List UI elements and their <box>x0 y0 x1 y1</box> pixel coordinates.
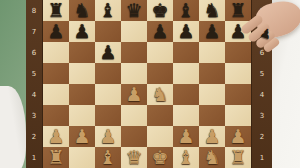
rank-label-right-2: 2 <box>252 126 272 147</box>
white-pawn-h2: ♟ <box>229 127 246 146</box>
square-e5 <box>147 63 173 84</box>
square-b5 <box>69 63 95 84</box>
white-bishop-f1: ♝ <box>177 148 194 167</box>
rank-label-left-4: 4 <box>26 84 42 105</box>
square-g2: ♟ <box>199 126 225 147</box>
square-g3 <box>199 105 225 126</box>
square-e4: ♞ <box>147 84 173 105</box>
rank-label-left-7: 7 <box>26 21 42 42</box>
square-d1: ♛ <box>121 147 147 168</box>
photo-frame: 87654321 ♜♞♝♛♚♝♞♜♟♟♟♟♟♟♟♟♞♟♟♟♟♟♟♜♝♛♚♝♞♜ … <box>0 0 300 168</box>
white-pawn-a2: ♟ <box>47 127 64 146</box>
square-e2 <box>147 126 173 147</box>
square-a1: ♜ <box>43 147 69 168</box>
white-knight-g1: ♞ <box>203 148 220 167</box>
black-pawn-a7: ♟ <box>47 22 64 41</box>
square-g8: ♞ <box>199 0 225 21</box>
rank-label-right-4: 4 <box>252 84 272 105</box>
square-c3 <box>95 105 121 126</box>
table-surface-left <box>0 86 26 168</box>
square-f6 <box>173 42 199 63</box>
black-pawn-b7: ♟ <box>73 22 90 41</box>
black-pawn-g7: ♟ <box>203 22 220 41</box>
white-pawn-d4: ♟ <box>125 85 142 104</box>
rank-label-left-1: 1 <box>26 147 42 168</box>
square-c4 <box>95 84 121 105</box>
square-g6 <box>199 42 225 63</box>
rank-label-right-1: 1 <box>252 147 272 168</box>
black-rook-a8: ♜ <box>47 1 64 20</box>
white-knight-e4: ♞ <box>151 85 168 104</box>
rank-label-left-8: 8 <box>26 0 42 21</box>
square-f1: ♝ <box>173 147 199 168</box>
square-d8: ♛ <box>121 0 147 21</box>
white-pawn-f2: ♟ <box>177 127 194 146</box>
square-f4 <box>173 84 199 105</box>
square-c7 <box>95 21 121 42</box>
white-bishop-c1: ♝ <box>99 148 116 167</box>
white-pawn-c2: ♟ <box>99 127 116 146</box>
square-c5 <box>95 63 121 84</box>
square-b2: ♟ <box>69 126 95 147</box>
board-left-border: 87654321 <box>26 0 42 168</box>
white-queen-d1: ♛ <box>125 148 142 167</box>
black-bishop-f8: ♝ <box>177 1 194 20</box>
square-b7: ♟ <box>69 21 95 42</box>
square-g1: ♞ <box>199 147 225 168</box>
rank-label-right-3: 3 <box>252 105 272 126</box>
white-rook-a1: ♜ <box>47 148 64 167</box>
square-g7: ♟ <box>199 21 225 42</box>
rank-label-right-5: 5 <box>252 63 272 84</box>
rank-label-left-6: 6 <box>26 42 42 63</box>
board-squares: ♜♞♝♛♚♝♞♜♟♟♟♟♟♟♟♟♞♟♟♟♟♟♟♜♝♛♚♝♞♜ <box>42 0 252 168</box>
square-h2: ♟ <box>225 126 251 147</box>
square-c1: ♝ <box>95 147 121 168</box>
square-a3 <box>43 105 69 126</box>
player-hand: ♟ <box>236 0 300 62</box>
square-h3 <box>225 105 251 126</box>
square-f7: ♟ <box>173 21 199 42</box>
square-b6 <box>69 42 95 63</box>
square-f5 <box>173 63 199 84</box>
square-e3 <box>147 105 173 126</box>
square-c6: ♟ <box>95 42 121 63</box>
rank-label-left-2: 2 <box>26 126 42 147</box>
rank-label-left-3: 3 <box>26 105 42 126</box>
square-b3 <box>69 105 95 126</box>
square-g5 <box>199 63 225 84</box>
square-e6 <box>147 42 173 63</box>
black-knight-b8: ♞ <box>73 1 90 20</box>
black-queen-d8: ♛ <box>125 1 142 20</box>
square-h1: ♜ <box>225 147 251 168</box>
square-d2 <box>121 126 147 147</box>
square-d4: ♟ <box>121 84 147 105</box>
square-e7: ♟ <box>147 21 173 42</box>
square-g4 <box>199 84 225 105</box>
black-pawn-c6: ♟ <box>99 43 116 62</box>
square-a5 <box>43 63 69 84</box>
black-king-e8: ♚ <box>151 1 168 20</box>
white-king-e1: ♚ <box>151 148 168 167</box>
black-pawn-f7: ♟ <box>177 22 194 41</box>
square-f2: ♟ <box>173 126 199 147</box>
square-e8: ♚ <box>147 0 173 21</box>
square-a4 <box>43 84 69 105</box>
black-knight-g8: ♞ <box>203 1 220 20</box>
white-rook-h1: ♜ <box>229 148 246 167</box>
square-b1 <box>69 147 95 168</box>
square-d6 <box>121 42 147 63</box>
square-e1: ♚ <box>147 147 173 168</box>
square-b4 <box>69 84 95 105</box>
black-bishop-c8: ♝ <box>99 1 116 20</box>
white-pawn-g2: ♟ <box>203 127 220 146</box>
square-a7: ♟ <box>43 21 69 42</box>
square-a2: ♟ <box>43 126 69 147</box>
square-h5 <box>225 63 251 84</box>
black-pawn-e7: ♟ <box>151 22 168 41</box>
rank-label-left-5: 5 <box>26 63 42 84</box>
square-a8: ♜ <box>43 0 69 21</box>
square-a6 <box>43 42 69 63</box>
square-d5 <box>121 63 147 84</box>
square-d7 <box>121 21 147 42</box>
square-c8: ♝ <box>95 0 121 21</box>
square-d3 <box>121 105 147 126</box>
white-pawn-b2: ♟ <box>73 127 90 146</box>
square-f3 <box>173 105 199 126</box>
square-b8: ♞ <box>69 0 95 21</box>
square-f8: ♝ <box>173 0 199 21</box>
square-c2: ♟ <box>95 126 121 147</box>
square-h4 <box>225 84 251 105</box>
